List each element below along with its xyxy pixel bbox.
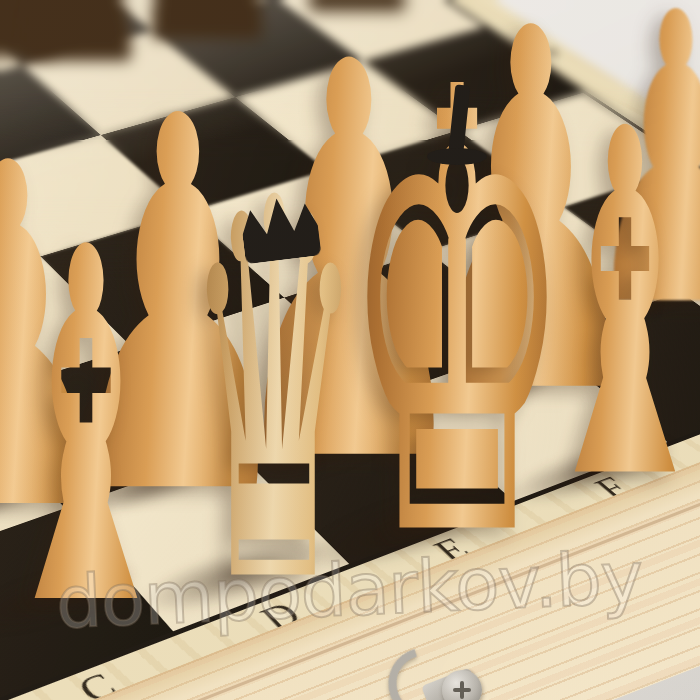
bishop-glyph: ♝ (0, 186, 184, 673)
screw-cross-icon (460, 681, 464, 699)
chess-set-photo: ABCDEFGH 87654321 ♟♝♟♛♟♚♟♝♟♟♟♟♟ dompodar… (0, 0, 700, 700)
piece-white-bishop-c1: ♝ (0, 113, 304, 600)
